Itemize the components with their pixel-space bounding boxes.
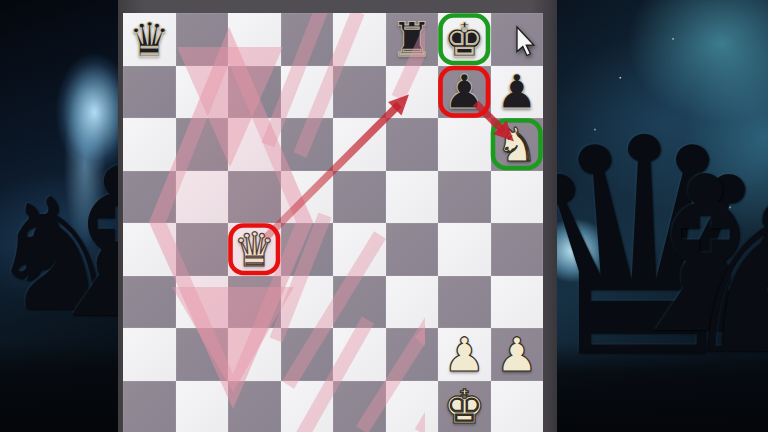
square-b4[interactable] (176, 223, 229, 276)
square-h8[interactable] (491, 13, 544, 66)
square-h6[interactable] (491, 118, 544, 171)
square-e3[interactable] (333, 276, 386, 329)
square-e4[interactable] (333, 223, 386, 276)
background-left-panel: ♞ ♝ (0, 0, 118, 432)
board-frame: ♛♜♚♟♟♞♛♟♟♚ (118, 0, 557, 432)
square-e5[interactable] (333, 171, 386, 224)
square-c6[interactable] (228, 118, 281, 171)
square-b5[interactable] (176, 171, 229, 224)
square-a3[interactable] (123, 276, 176, 329)
square-c7[interactable] (228, 66, 281, 119)
square-g6[interactable] (438, 118, 491, 171)
square-c3[interactable] (228, 276, 281, 329)
square-g8[interactable] (438, 13, 491, 66)
square-a8[interactable] (123, 13, 176, 66)
square-b1[interactable] (176, 381, 229, 432)
square-c4[interactable] (228, 223, 281, 276)
square-d5[interactable] (281, 171, 334, 224)
square-h1[interactable] (491, 381, 544, 432)
square-b7[interactable] (176, 66, 229, 119)
square-g5[interactable] (438, 171, 491, 224)
square-h7[interactable] (491, 66, 544, 119)
square-g2[interactable] (438, 328, 491, 381)
background-ground-right (557, 342, 768, 432)
square-f1[interactable] (386, 381, 439, 432)
square-a7[interactable] (123, 66, 176, 119)
background-bishop-silhouette: ♝ (28, 142, 118, 347)
square-c1[interactable] (228, 381, 281, 432)
square-e7[interactable] (333, 66, 386, 119)
square-f8[interactable] (386, 13, 439, 66)
square-g4[interactable] (438, 223, 491, 276)
square-h3[interactable] (491, 276, 544, 329)
square-a5[interactable] (123, 171, 176, 224)
square-c8[interactable] (228, 13, 281, 66)
square-g3[interactable] (438, 276, 491, 329)
square-d7[interactable] (281, 66, 334, 119)
square-c2[interactable] (228, 328, 281, 381)
square-b6[interactable] (176, 118, 229, 171)
square-f2[interactable] (386, 328, 439, 381)
square-d8[interactable] (281, 13, 334, 66)
square-d6[interactable] (281, 118, 334, 171)
square-g1[interactable] (438, 381, 491, 432)
square-d1[interactable] (281, 381, 334, 432)
square-e1[interactable] (333, 381, 386, 432)
square-a2[interactable] (123, 328, 176, 381)
square-h5[interactable] (491, 171, 544, 224)
square-e2[interactable] (333, 328, 386, 381)
square-d2[interactable] (281, 328, 334, 381)
square-f5[interactable] (386, 171, 439, 224)
square-h4[interactable] (491, 223, 544, 276)
square-f7[interactable] (386, 66, 439, 119)
square-d3[interactable] (281, 276, 334, 329)
square-f6[interactable] (386, 118, 439, 171)
square-e8[interactable] (333, 13, 386, 66)
square-h2[interactable] (491, 328, 544, 381)
square-b8[interactable] (176, 13, 229, 66)
background-ground-left (0, 342, 118, 432)
square-c5[interactable] (228, 171, 281, 224)
chess-board (123, 13, 543, 432)
square-g7[interactable] (438, 66, 491, 119)
square-d4[interactable] (281, 223, 334, 276)
square-a1[interactable] (123, 381, 176, 432)
square-a6[interactable] (123, 118, 176, 171)
square-b2[interactable] (176, 328, 229, 381)
square-b3[interactable] (176, 276, 229, 329)
square-f3[interactable] (386, 276, 439, 329)
square-e6[interactable] (333, 118, 386, 171)
square-f4[interactable] (386, 223, 439, 276)
background-right-panel: ♛ ♝ ♞ (557, 0, 768, 432)
square-a4[interactable] (123, 223, 176, 276)
